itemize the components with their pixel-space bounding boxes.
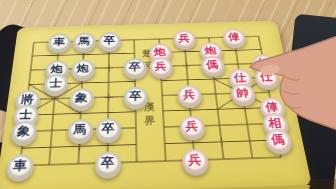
piece-glyph: 車	[12, 158, 27, 171]
point-marker	[105, 64, 113, 71]
piece-glyph: 兵	[154, 60, 167, 70]
piece-glyph: 士	[49, 78, 62, 89]
piece-glyph: 兵	[185, 119, 199, 131]
point-marker	[216, 138, 226, 147]
pointing-hand	[226, 18, 336, 138]
point-marker	[182, 62, 191, 69]
black-piece-卒[interactable]: 卒	[95, 117, 120, 140]
black-piece-車[interactable]: 車	[47, 33, 71, 51]
piece-glyph: 馬	[78, 36, 90, 46]
piece-glyph: 象	[17, 124, 31, 136]
piece-glyph: 象	[75, 92, 88, 103]
piece-glyph: 傌	[206, 59, 219, 69]
red-piece-兵[interactable]: 兵	[149, 57, 173, 77]
piece-glyph: 士	[19, 109, 33, 121]
black-piece-炮[interactable]: 炮	[71, 59, 95, 79]
piece-glyph: 兵	[187, 153, 201, 166]
black-piece-卒[interactable]: 卒	[98, 31, 121, 49]
red-piece-兵[interactable]: 兵	[181, 148, 209, 173]
black-piece-馬[interactable]: 馬	[72, 32, 95, 50]
point-marker	[74, 142, 84, 151]
piece-glyph: 炮	[204, 45, 217, 55]
piece-glyph: 炮	[77, 63, 90, 73]
red-piece-兵[interactable]: 兵	[176, 84, 202, 105]
red-piece-傌[interactable]: 傌	[200, 55, 225, 75]
piece-glyph: 炮	[50, 63, 63, 73]
red-piece-兵[interactable]: 兵	[172, 29, 196, 47]
black-piece-卒[interactable]: 卒	[94, 151, 120, 176]
black-piece-卒[interactable]: 卒	[123, 86, 147, 107]
black-piece-士[interactable]: 士	[43, 74, 68, 95]
point-marker	[79, 51, 88, 58]
piece-glyph: 卒	[129, 61, 141, 71]
piece-glyph: 卒	[129, 90, 142, 101]
piece-glyph: 卒	[101, 122, 114, 134]
black-piece-象[interactable]: 象	[69, 87, 94, 108]
red-piece-兵[interactable]: 兵	[178, 115, 205, 138]
piece-glyph: 將	[21, 93, 35, 104]
piece-glyph: 車	[53, 36, 65, 46]
piece-glyph: 炮	[154, 47, 166, 57]
black-piece-象[interactable]: 象	[10, 120, 38, 143]
piece-glyph: 馬	[73, 123, 87, 135]
point-marker	[104, 93, 113, 101]
photo-frame: 楚河 漢界 車馬卒兵俥炮炮炮炮卒兵傌相士仕仕將象卒兵帥士俥象馬卒兵相傌車卒兵	[0, 0, 336, 189]
black-piece-卒[interactable]: 卒	[123, 57, 147, 77]
piece-glyph: 卒	[101, 156, 115, 169]
piece-glyph: 卒	[103, 35, 115, 45]
black-piece-馬[interactable]: 馬	[67, 118, 93, 141]
piece-glyph: 兵	[182, 88, 195, 99]
piece-glyph: 兵	[178, 33, 190, 43]
